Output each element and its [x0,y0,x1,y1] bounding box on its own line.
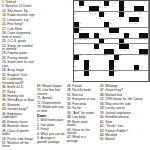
grid-cell[interactable] [94,60,99,65]
clue-text: Bail out [72,93,83,97]
grid-cell[interactable] [144,17,149,22]
cell-number: 27 [134,22,136,24]
clue-text: 1999 movie for Jim Carrey [105,97,142,101]
cell-number: 24 [79,22,81,24]
grid-cell[interactable] [79,44,84,49]
grid-cell[interactable] [129,60,134,65]
grid-cell[interactable] [89,28,94,33]
cell-number: 8 [144,1,145,3]
grid-cell[interactable] [94,28,99,33]
clue-text: Way onto the side [105,102,130,106]
grid-cell[interactable]: 62 [139,65,144,70]
cell-number: 67 [74,76,76,78]
clue-text: She-bears: Sp. [7,9,28,13]
clue-text: What you can do [41,132,65,136]
grid-cell[interactable] [139,71,144,76]
grid-cell[interactable]: 18 [124,12,129,17]
grid-cell[interactable]: 30 [119,28,124,33]
cell-number: 53 [119,54,121,56]
black-square [74,22,79,27]
cell-number: 55 [144,54,146,56]
grid-cell[interactable] [124,65,129,70]
black-square [84,65,89,70]
clue-item: 18. Cone-supported herb in sauce [2,32,35,39]
clue-item: 42. Word in a portage [67,136,97,143]
black-square [94,33,99,38]
grid-cell[interactable] [144,44,149,49]
clue-text: Fine thing? [7,22,23,26]
grid-cell[interactable] [94,1,99,6]
clue-text: Low belly [72,115,85,119]
clue-text: Noisy [7,90,15,94]
clue-text: Popular guitar [7,51,27,55]
grid-cell[interactable] [84,6,89,11]
grid-cell[interactable] [129,65,134,70]
clue-item: 5. Arrange in parallel postage [37,137,65,144]
grid-cell[interactable] [109,76,114,81]
cell-number: 61 [114,65,116,67]
clue-text: So far [72,106,81,110]
grid-cell[interactable] [124,22,129,27]
cell-number: 19 [139,12,141,14]
cell-number: 54 [139,54,141,56]
clue-text: Stoop; be needed or almond [2,44,33,51]
grid-cell[interactable]: 64 [89,71,94,76]
clue-text: Burglars' Tuck [7,73,27,77]
cell-number: 1 [74,1,75,3]
grid-cell[interactable] [84,12,89,17]
grid-cell[interactable] [109,12,114,17]
grid-cell[interactable] [144,28,149,33]
clue-text: Requirement [42,101,60,105]
cell-number: 66 [134,70,136,72]
cell-number: 16 [94,12,96,14]
grid-cell[interactable] [124,71,129,76]
grid-cell[interactable]: 67 [74,76,79,81]
grid-cell[interactable] [119,33,124,38]
grid-cell[interactable] [79,76,84,81]
grid-cell[interactable] [129,71,134,76]
grid-cell[interactable] [134,44,139,49]
grid-cell[interactable]: 39 [104,39,109,44]
clue-text: Roman Fiddler? [105,129,128,133]
grid-cell[interactable] [124,17,129,22]
grid-cell[interactable] [124,76,129,81]
cell-number: 36 [74,38,76,40]
clue-text: Cone-supported herb in sauce [2,31,30,38]
cell-number: 5 [114,1,115,3]
grid-cell[interactable]: 48 [114,49,119,54]
cell-number: 21 [99,17,101,19]
grid-cell[interactable] [139,1,144,6]
grid-cell[interactable] [99,49,104,54]
grid-cell[interactable]: 37 [79,39,84,44]
clue-column-bottom-2: 26. Knead28. No-frills beds31. Bail out3… [67,85,97,144]
grid-cell[interactable] [89,33,94,38]
black-square [109,49,114,54]
cell-number: 37 [79,38,81,40]
grid-cell[interactable] [129,49,134,54]
black-square [119,6,124,11]
cell-number: 63 [74,70,76,72]
black-square [109,65,114,70]
grid-cell[interactable] [84,49,89,54]
grid-cell[interactable]: 33 [109,33,114,38]
clue-text: A cop forgot [7,68,24,72]
grid-cell[interactable] [104,76,109,81]
cell-number: 2 [84,1,85,3]
grid-cell[interactable] [114,6,119,11]
cell-number: 60 [89,65,91,67]
cell-number: 30 [119,28,121,30]
grid-cell[interactable] [104,65,109,70]
grid-cell[interactable] [144,22,149,27]
grid-cell[interactable]: 23 [139,17,144,22]
grid-cell[interactable] [84,17,89,22]
grid-cell[interactable] [89,44,94,49]
cell-number: 39 [104,38,106,40]
grid-cell[interactable] [134,33,139,38]
clue-item: 33. Commonly misused word? [2,78,35,85]
grid-cell[interactable] [84,28,89,33]
cell-number: 23 [139,17,141,19]
grid-cell[interactable] [134,55,139,60]
grid-cell[interactable] [99,55,104,60]
grid-cell[interactable]: 25 [109,22,114,27]
grid-cell[interactable] [139,22,144,27]
grid-cell[interactable] [139,44,144,49]
cell-number: 44 [99,44,101,46]
grid-cell[interactable] [144,76,149,81]
cell-number: 10 [79,6,81,8]
black-square [119,39,124,44]
grid-cell[interactable] [109,44,114,49]
grid-cell[interactable]: 21 [99,17,104,22]
grid-cell[interactable] [134,39,139,44]
cell-number: 6 [124,1,125,3]
grid-cell[interactable] [89,17,94,22]
clue-text: Favor [41,127,49,131]
grid-cell[interactable] [84,76,89,81]
grid-cell[interactable] [144,6,149,11]
cell-number: 38 [84,38,86,40]
grid-cell[interactable]: 28 [79,28,84,33]
grid-cell[interactable] [139,76,144,81]
cell-number: 65 [114,70,116,72]
clue-text: Paving remark [7,56,28,60]
grid-cell[interactable] [119,60,124,65]
clue-text: Stop [105,120,112,124]
cell-number: 9 [74,6,75,8]
cell-number: 26 [129,22,131,24]
black-square [119,1,124,6]
cell-number: 32 [99,33,101,35]
clue-text: Mended [105,133,117,137]
grid-cell[interactable] [129,12,134,17]
grid-cell[interactable] [109,39,114,44]
grid-cell[interactable]: 5 [114,1,119,6]
grid-cell[interactable] [99,65,104,70]
grid-cell[interactable] [119,71,124,76]
cell-number: 47 [94,49,96,51]
clue-text: Some owls fix cool coat [2,60,34,67]
black-square [84,60,89,65]
cell-number: 46 [74,49,76,51]
grid-cell[interactable] [129,6,134,11]
clue-text: O.C.S. grads [7,39,25,43]
clue-text: Garden party? [7,107,27,111]
clue-text: Lovely caress [105,106,125,110]
clue-text: Pacific side things [7,137,33,141]
grid-cell[interactable]: 7 [129,1,134,6]
grid-cell[interactable]: 65 [114,71,119,76]
grid-cell[interactable]: 47 [94,49,99,54]
grid-cell[interactable] [134,1,139,6]
cell-number: 14 [74,12,76,14]
cell-number: 58 [114,60,116,62]
cell-number: 4 [109,1,110,3]
clue-text: Need for 52-Down [6,4,32,8]
clue-text: Radio receiver sign [7,13,34,17]
clue-text: Blossom [7,103,19,107]
grid-cell[interactable]: 16 [94,12,99,17]
black-square [84,71,89,76]
grid-cell[interactable]: 40 [124,39,129,44]
cell-number: 35 [129,33,131,35]
clue-text: Animal [42,96,52,100]
grid-cell[interactable]: 4 [109,1,114,6]
cell-number: 13 [124,6,126,8]
cell-number: 22 [119,17,121,19]
grid-cell[interactable] [104,17,109,22]
grid-cell[interactable] [119,65,124,70]
grid-cell[interactable] [99,71,104,76]
clue-text: Blemish, metal [7,124,28,128]
cell-number: 57 [89,60,91,62]
grid-cell[interactable] [139,28,144,33]
cell-number: 29 [104,28,106,30]
grid-cell[interactable] [94,22,99,27]
grid-cell[interactable] [94,65,99,70]
clue-text: Mantel [105,137,115,141]
grid-cell[interactable] [89,49,94,54]
clue-text: Journal regulation [105,111,130,115]
grid-cell[interactable] [114,22,119,27]
grid-cell[interactable] [144,71,149,76]
clue-text: Everyone at sea [72,97,95,101]
clue-text: Bottle 42-D [7,85,23,89]
cell-number: 7 [129,1,130,3]
grid-cell[interactable] [89,22,94,27]
grid-cell[interactable]: 55 [144,55,149,60]
grid-cell[interactable] [114,17,119,22]
clue-text: Needled almond [105,115,128,119]
clue-text: Wall frame paint [41,118,64,122]
clue-text: Fine peak [72,102,86,106]
cell-number: 3 [99,1,100,3]
grid-cell[interactable]: 15 [89,12,94,17]
clue-text: Kimono closer [7,120,27,124]
cell-number: 11 [99,6,101,8]
clue-item: 25. Some owls fix cool coat [2,61,35,68]
grid-cell[interactable] [104,44,109,49]
grid-cell[interactable] [144,60,149,65]
grid-cell[interactable]: 27 [134,22,139,27]
cell-number: 43 [74,44,76,46]
clue-text: "And" list ender [72,111,94,115]
grid-cell[interactable] [124,55,129,60]
grid-cell[interactable]: 20 [74,17,79,22]
clue-text: Talmud [6,0,16,4]
grid-cell[interactable] [89,1,94,6]
grid-cell[interactable]: 42 [144,39,149,44]
grid-cell[interactable] [104,71,109,76]
grid-cell[interactable] [144,12,149,17]
clue-text: Hominy site [7,94,24,98]
grid-cell[interactable] [84,55,89,60]
grid-cell[interactable] [84,44,89,49]
cell-number: 34 [114,33,116,35]
cell-number: 64 [89,70,91,72]
clue-text: Gauze bag? [105,88,122,92]
grid-cell[interactable] [114,12,119,17]
grid-cell[interactable]: 46 [74,49,79,54]
clue-text: No-frills beds [72,88,91,92]
grid-cell[interactable] [79,12,84,17]
grid-cell[interactable] [79,65,84,70]
grid-cell[interactable] [94,76,99,81]
clue-item: 41. Grew on the sound [67,129,97,136]
grid-cell[interactable] [114,76,119,81]
grid-cell[interactable]: 11 [99,6,104,11]
grid-cell[interactable]: 54 [139,55,144,60]
clue-text: Workers off the shore [2,141,29,148]
grid-cell[interactable] [109,55,114,60]
grid-cell[interactable] [99,60,104,65]
clue-text: Wood chipper [42,84,62,88]
cell-number: 41 [139,38,141,40]
grid-cell[interactable]: 32 [99,33,104,38]
cell-number: 45 [129,44,131,46]
cell-number: 20 [74,17,76,19]
cell-number: 25 [109,22,111,24]
cell-number: 15 [89,12,91,14]
cell-number: 59 [74,65,76,67]
grid-cell[interactable]: 52 [104,55,109,60]
cell-number: 18 [124,12,126,14]
grid-cell[interactable]: 17 [104,12,109,17]
cell-number: 56 [74,60,76,62]
cell-number: 31 [74,33,76,35]
grid-cell[interactable] [84,22,89,27]
clue-text: Cafe Kline [7,27,22,31]
grid-cell[interactable] [144,65,149,70]
grid-cell[interactable]: 41 [139,39,144,44]
clue-text: Arrange in parallel postage [37,136,60,143]
grid-cell[interactable] [129,76,134,81]
clue-text: Iron glass [41,123,55,127]
grid-cell[interactable] [119,76,124,81]
grid-cell[interactable] [94,17,99,22]
cell-number: 50 [124,49,126,51]
grid-cell[interactable] [109,6,114,11]
grid-cell[interactable] [114,39,119,44]
grid-cell[interactable]: 29 [104,28,109,33]
cell-number: 17 [104,12,106,14]
grid-cell[interactable] [104,60,109,65]
grid-cell[interactable] [129,55,134,60]
grid-cell[interactable]: 8 [144,1,149,6]
clue-text: "Terrific" star [105,124,123,128]
cell-number: 12 [104,6,106,8]
grid-cell[interactable]: 51 [79,55,84,60]
grid-cell[interactable] [134,12,139,17]
clue-column-bottom-3: 45. Mélange47. Gauze bag?48. Mallard bir… [100,85,148,143]
cell-number: 62 [139,65,141,67]
grid-cell[interactable]: 10 [79,6,84,11]
grid-cell[interactable] [89,39,94,44]
grid-cell[interactable] [99,22,104,27]
grid-cell[interactable]: 34 [114,33,119,38]
clue-text: Knead [72,84,81,88]
cell-number: 33 [109,33,111,35]
grid-cell[interactable] [134,60,139,65]
grid-cell[interactable]: 26 [129,22,134,27]
grid-cell[interactable]: 44 [99,44,104,49]
grid-cell[interactable] [79,60,84,65]
grid-cell[interactable]: 53 [119,55,124,60]
grid-cell[interactable] [124,60,129,65]
grid-cell[interactable] [89,76,94,81]
grid-cell[interactable] [94,71,99,76]
clue-item: 57. Workers off the shore [2,142,35,149]
cell-number: 52 [104,54,106,56]
clue-item: 65. Mantel [100,138,148,141]
grid-cell[interactable] [99,76,104,81]
clue-item: 70. Like fine fuel cheese [37,89,65,96]
crossword-grid[interactable]: 1234567891011121314151617181920212223242… [73,0,150,82]
cell-number: 42 [144,38,146,40]
clue-column-left: 1. Talmud5. Need for 52-Down10. She-bear… [2,1,35,150]
clue-text: Limousine, e.g. [7,18,29,22]
grid-cell[interactable]: 50 [124,49,129,54]
grid-cell[interactable] [124,28,129,33]
clue-column-bottom-1: 69. Wood chipper70. Like fine fuel chees… [37,85,65,145]
cell-number: 40 [124,38,126,40]
grid-cell[interactable] [134,28,139,33]
black-square [134,6,139,11]
grid-cell[interactable] [79,71,84,76]
clue-item: 39. Bane peak mover [67,121,97,128]
grid-cell[interactable] [94,39,99,44]
grid-cell[interactable]: 45 [129,44,134,49]
grid-cell[interactable]: 2 [84,1,89,6]
grid-cell[interactable]: 38 [84,39,89,44]
clue-text: Mélange [105,84,117,88]
cell-number: 49 [119,49,121,51]
grid-cell[interactable] [134,49,139,54]
black-square [109,60,114,65]
grid-cell[interactable] [134,76,139,81]
clue-item: 49. Class of gentle walks [2,130,35,137]
grid-cell[interactable] [94,55,99,60]
clue-item: 44. Emptiness underfoot? [2,113,35,120]
clue-text: Mallard bird [105,93,122,97]
grid-cell[interactable]: 22 [119,17,124,22]
grid-cell[interactable]: 35 [129,33,134,38]
grid-cell[interactable]: 66 [134,71,139,76]
cell-number: 48 [114,49,116,51]
